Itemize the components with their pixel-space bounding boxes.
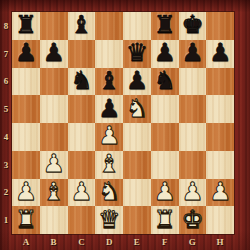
black-bishop-icon[interactable]: ♝ bbox=[98, 68, 120, 93]
rank-label-6: 6 bbox=[0, 68, 12, 96]
white-pawn-icon[interactable]: ♟ bbox=[209, 179, 231, 204]
rank-label-4: 4 bbox=[0, 123, 12, 151]
file-label-b: B bbox=[40, 234, 68, 250]
square-e2[interactable] bbox=[123, 179, 151, 207]
square-b7[interactable]: ♟ bbox=[40, 40, 68, 68]
rank-label-8: 8 bbox=[0, 12, 12, 40]
white-pawn-icon[interactable]: ♟ bbox=[15, 179, 37, 204]
square-e4[interactable] bbox=[123, 123, 151, 151]
square-b4[interactable] bbox=[40, 123, 68, 151]
file-label-f: F bbox=[151, 234, 179, 250]
square-f8[interactable]: ♜ bbox=[151, 12, 179, 40]
square-c6[interactable]: ♞ bbox=[68, 68, 96, 96]
black-knight-icon[interactable]: ♞ bbox=[153, 68, 175, 93]
square-a8[interactable]: ♜ bbox=[12, 12, 40, 40]
square-b5[interactable] bbox=[40, 95, 68, 123]
square-e8[interactable] bbox=[123, 12, 151, 40]
file-label-c: C bbox=[68, 234, 96, 250]
square-c3[interactable] bbox=[68, 151, 96, 179]
square-a2[interactable]: ♟ bbox=[12, 179, 40, 207]
square-a1[interactable]: ♜ bbox=[12, 206, 40, 234]
square-a3[interactable] bbox=[12, 151, 40, 179]
square-a5[interactable] bbox=[12, 95, 40, 123]
square-g2[interactable]: ♟ bbox=[179, 179, 207, 207]
square-c8[interactable]: ♝ bbox=[68, 12, 96, 40]
white-rook-icon[interactable]: ♜ bbox=[153, 207, 175, 232]
square-g1[interactable]: ♚ bbox=[179, 206, 207, 234]
rank-label-2: 2 bbox=[0, 179, 12, 207]
square-f4[interactable] bbox=[151, 123, 179, 151]
square-h4[interactable] bbox=[206, 123, 234, 151]
file-labels: ABCDEFGH bbox=[12, 234, 234, 250]
rank-label-7: 7 bbox=[0, 40, 12, 68]
square-h3[interactable] bbox=[206, 151, 234, 179]
square-e3[interactable] bbox=[123, 151, 151, 179]
rank-label-5: 5 bbox=[0, 95, 12, 123]
white-pawn-icon[interactable]: ♟ bbox=[42, 151, 64, 176]
square-f2[interactable]: ♟ bbox=[151, 179, 179, 207]
chess-board: ♜♝♜♚♟♟♛♟♟♟♞♝♟♞♟♞♟♟♝♟♝♟♞♟♟♟♜♛♜♚ bbox=[12, 12, 234, 234]
square-b3[interactable]: ♟ bbox=[40, 151, 68, 179]
square-f1[interactable]: ♜ bbox=[151, 206, 179, 234]
square-f6[interactable]: ♞ bbox=[151, 68, 179, 96]
square-d4[interactable]: ♟ bbox=[95, 123, 123, 151]
rank-label-3: 3 bbox=[0, 151, 12, 179]
white-knight-icon[interactable]: ♞ bbox=[126, 96, 148, 121]
file-label-e: E bbox=[123, 234, 151, 250]
white-king-icon[interactable]: ♚ bbox=[181, 207, 203, 232]
black-pawn-icon[interactable]: ♟ bbox=[209, 40, 231, 65]
square-g6[interactable] bbox=[179, 68, 207, 96]
black-rook-icon[interactable]: ♜ bbox=[153, 12, 175, 37]
white-pawn-icon[interactable]: ♟ bbox=[153, 179, 175, 204]
white-rook-icon[interactable]: ♜ bbox=[15, 207, 37, 232]
black-pawn-icon[interactable]: ♟ bbox=[181, 40, 203, 65]
square-f5[interactable] bbox=[151, 95, 179, 123]
square-d3[interactable]: ♝ bbox=[95, 151, 123, 179]
square-g3[interactable] bbox=[179, 151, 207, 179]
square-a7[interactable]: ♟ bbox=[12, 40, 40, 68]
square-c4[interactable] bbox=[68, 123, 96, 151]
square-b2[interactable]: ♝ bbox=[40, 179, 68, 207]
square-h8[interactable] bbox=[206, 12, 234, 40]
square-e5[interactable]: ♞ bbox=[123, 95, 151, 123]
square-d6[interactable]: ♝ bbox=[95, 68, 123, 96]
square-f3[interactable] bbox=[151, 151, 179, 179]
black-queen-icon[interactable]: ♛ bbox=[126, 40, 148, 65]
square-f7[interactable]: ♟ bbox=[151, 40, 179, 68]
file-label-h: H bbox=[206, 234, 234, 250]
rank-label-1: 1 bbox=[0, 206, 12, 234]
square-d2[interactable]: ♞ bbox=[95, 179, 123, 207]
file-label-g: G bbox=[179, 234, 207, 250]
black-rook-icon[interactable]: ♜ bbox=[15, 12, 37, 37]
black-pawn-icon[interactable]: ♟ bbox=[153, 40, 175, 65]
square-c1[interactable] bbox=[68, 206, 96, 234]
square-c5[interactable] bbox=[68, 95, 96, 123]
square-e6[interactable]: ♟ bbox=[123, 68, 151, 96]
square-h6[interactable] bbox=[206, 68, 234, 96]
square-d5[interactable]: ♟ bbox=[95, 95, 123, 123]
file-label-d: D bbox=[95, 234, 123, 250]
square-g8[interactable]: ♚ bbox=[179, 12, 207, 40]
black-pawn-icon[interactable]: ♟ bbox=[15, 40, 37, 65]
chessboard-frame: 87654321 ABCDEFGH ♜♝♜♚♟♟♛♟♟♟♞♝♟♞♟♞♟♟♝♟♝♟… bbox=[0, 0, 250, 250]
black-pawn-icon[interactable]: ♟ bbox=[126, 68, 148, 93]
white-bishop-icon[interactable]: ♝ bbox=[98, 151, 120, 176]
square-g7[interactable]: ♟ bbox=[179, 40, 207, 68]
rank-labels: 87654321 bbox=[0, 12, 12, 234]
square-d8[interactable] bbox=[95, 12, 123, 40]
square-h1[interactable] bbox=[206, 206, 234, 234]
square-h2[interactable]: ♟ bbox=[206, 179, 234, 207]
square-a4[interactable] bbox=[12, 123, 40, 151]
white-pawn-icon[interactable]: ♟ bbox=[70, 179, 92, 204]
white-pawn-icon[interactable]: ♟ bbox=[98, 123, 120, 148]
square-b8[interactable] bbox=[40, 12, 68, 40]
square-h5[interactable] bbox=[206, 95, 234, 123]
white-queen-icon[interactable]: ♛ bbox=[98, 207, 120, 232]
square-g5[interactable] bbox=[179, 95, 207, 123]
square-e1[interactable] bbox=[123, 206, 151, 234]
square-c7[interactable] bbox=[68, 40, 96, 68]
black-pawn-icon[interactable]: ♟ bbox=[98, 96, 120, 121]
square-e7[interactable]: ♛ bbox=[123, 40, 151, 68]
black-knight-icon[interactable]: ♞ bbox=[70, 68, 92, 93]
white-pawn-icon[interactable]: ♟ bbox=[181, 179, 203, 204]
square-b1[interactable] bbox=[40, 206, 68, 234]
black-king-icon[interactable]: ♚ bbox=[181, 12, 203, 37]
square-c2[interactable]: ♟ bbox=[68, 179, 96, 207]
file-label-a: A bbox=[12, 234, 40, 250]
white-bishop-icon[interactable]: ♝ bbox=[42, 179, 64, 204]
white-knight-icon[interactable]: ♞ bbox=[98, 179, 120, 204]
black-bishop-icon[interactable]: ♝ bbox=[70, 12, 92, 37]
square-a6[interactable] bbox=[12, 68, 40, 96]
square-b6[interactable] bbox=[40, 68, 68, 96]
square-d7[interactable] bbox=[95, 40, 123, 68]
square-h7[interactable]: ♟ bbox=[206, 40, 234, 68]
square-g4[interactable] bbox=[179, 123, 207, 151]
square-d1[interactable]: ♛ bbox=[95, 206, 123, 234]
black-pawn-icon[interactable]: ♟ bbox=[42, 40, 64, 65]
